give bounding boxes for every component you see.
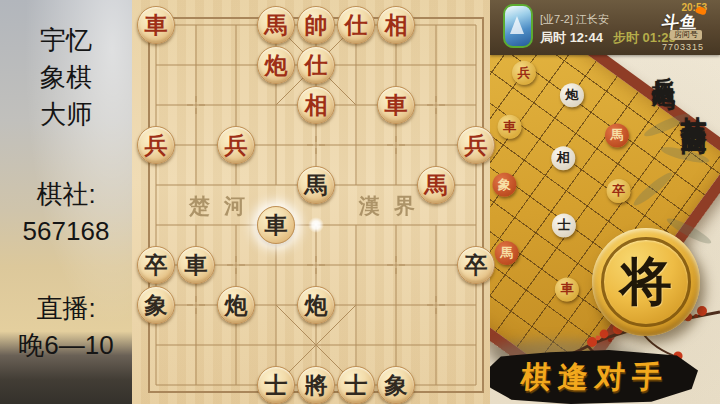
move-highlight-spark xyxy=(308,217,324,233)
xiangqi-piece-red[interactable]: 兵 xyxy=(137,126,175,164)
general-piece-char: 将 xyxy=(620,247,672,317)
room-label: 房间号 xyxy=(670,30,702,40)
photo-mini-piece: 士 xyxy=(552,213,576,237)
xiangqi-piece-black[interactable]: 象 xyxy=(137,286,175,324)
general-piece-decor: 将 xyxy=(592,228,700,336)
room-number: 7703315 xyxy=(662,42,704,52)
xiangqi-piece-red[interactable]: 馬 xyxy=(417,166,455,204)
xiangqi-piece-black[interactable]: 象 xyxy=(377,366,415,404)
xiangqi-piece-black[interactable]: 卒 xyxy=(457,246,495,284)
xiangqi-piece-red[interactable]: 炮 xyxy=(257,46,295,84)
xiangqi-piece-black[interactable]: 炮 xyxy=(217,286,255,324)
bottom-banner: 棋逢对手 xyxy=(490,350,698,404)
photo-mini-piece: 兵 xyxy=(512,61,536,85)
xiangqi-piece-black[interactable]: 車 xyxy=(177,246,215,284)
streamer-title-line3: 大师 xyxy=(0,96,132,133)
xiangqi-piece-black[interactable]: 車 xyxy=(257,206,295,244)
photo-mini-piece: 馬 xyxy=(605,123,629,147)
right-panel: 兵炮馬車相卒象士炮馬車 xyxy=(490,0,720,404)
xiangqi-piece-red[interactable]: 兵 xyxy=(217,126,255,164)
xiangqi-piece-red[interactable]: 相 xyxy=(377,6,415,44)
xiangqi-piece-black[interactable]: 士 xyxy=(337,366,375,404)
photo-mini-piece: 卒 xyxy=(607,179,631,203)
xiangqi-piece-red[interactable]: 馬 xyxy=(257,6,295,44)
xiangqi-piece-black[interactable]: 炮 xyxy=(297,286,335,324)
club-info: 棋社: 567168 xyxy=(0,176,132,250)
stream-info-bar: [业7-2] 江长安 局时 12:44步时 01:25 20:53 斗鱼 房间号… xyxy=(490,0,720,55)
live-info: 直播: 晚6—10 xyxy=(0,290,132,364)
live-label: 直播: xyxy=(0,290,132,327)
player-tag: [业7-2] 江长安 xyxy=(540,12,609,27)
xiangqi-board[interactable]: 楚河 漢界 車馬帥仕相炮仕相車兵兵兵馬馬車卒車卒象炮炮士將士象 xyxy=(132,0,490,404)
clocks-line: 局时 12:44步时 01:25 xyxy=(540,29,676,47)
xiangqi-piece-red[interactable]: 車 xyxy=(137,6,175,44)
xiangqi-piece-red[interactable]: 兵 xyxy=(457,126,495,164)
left-sidebar: 宇忆 象棋 大师 棋社: 567168 直播: 晚6—10 xyxy=(0,0,132,404)
live-hours: 晚6—10 xyxy=(0,327,132,364)
club-label: 棋社: xyxy=(0,176,132,213)
xiangqi-piece-red[interactable]: 車 xyxy=(377,86,415,124)
xiangqi-piece-black[interactable]: 將 xyxy=(297,366,335,404)
streamer-title-line1: 宇忆 xyxy=(0,22,132,59)
xiangqi-piece-red[interactable]: 帥 xyxy=(297,6,335,44)
calligraphy-column-1: 兵挺炮鸣 xyxy=(649,58,680,74)
game-time: 局时 12:44 xyxy=(540,30,603,45)
photo-mini-piece: 炮 xyxy=(560,83,584,107)
xiangqi-piece-red[interactable]: 仕 xyxy=(337,6,375,44)
photo-mini-piece: 象 xyxy=(492,173,516,197)
streamer-title: 宇忆 象棋 大师 xyxy=(0,22,132,133)
calligraphy-column-2: 技艺盖世间 xyxy=(677,96,712,111)
streamer-title-line2: 象棋 xyxy=(0,59,132,96)
photo-mini-piece: 相 xyxy=(551,146,575,170)
xiangqi-piece-red[interactable]: 仕 xyxy=(297,46,335,84)
photo-mini-piece: 車 xyxy=(498,115,522,139)
player-avatar[interactable] xyxy=(503,4,533,48)
club-number: 567168 xyxy=(0,213,132,250)
xiangqi-piece-red[interactable]: 相 xyxy=(297,86,335,124)
banner-text: 棋逢对手 xyxy=(514,357,671,398)
xiangqi-piece-black[interactable]: 馬 xyxy=(297,166,335,204)
xiangqi-piece-black[interactable]: 卒 xyxy=(137,246,175,284)
xiangqi-piece-black[interactable]: 士 xyxy=(257,366,295,404)
photo-mini-piece: 馬 xyxy=(495,241,519,265)
stream-screenshot: 宇忆 象棋 大师 棋社: 567168 直播: 晚6—10 楚河 漢界 車馬帥仕… xyxy=(0,0,720,404)
